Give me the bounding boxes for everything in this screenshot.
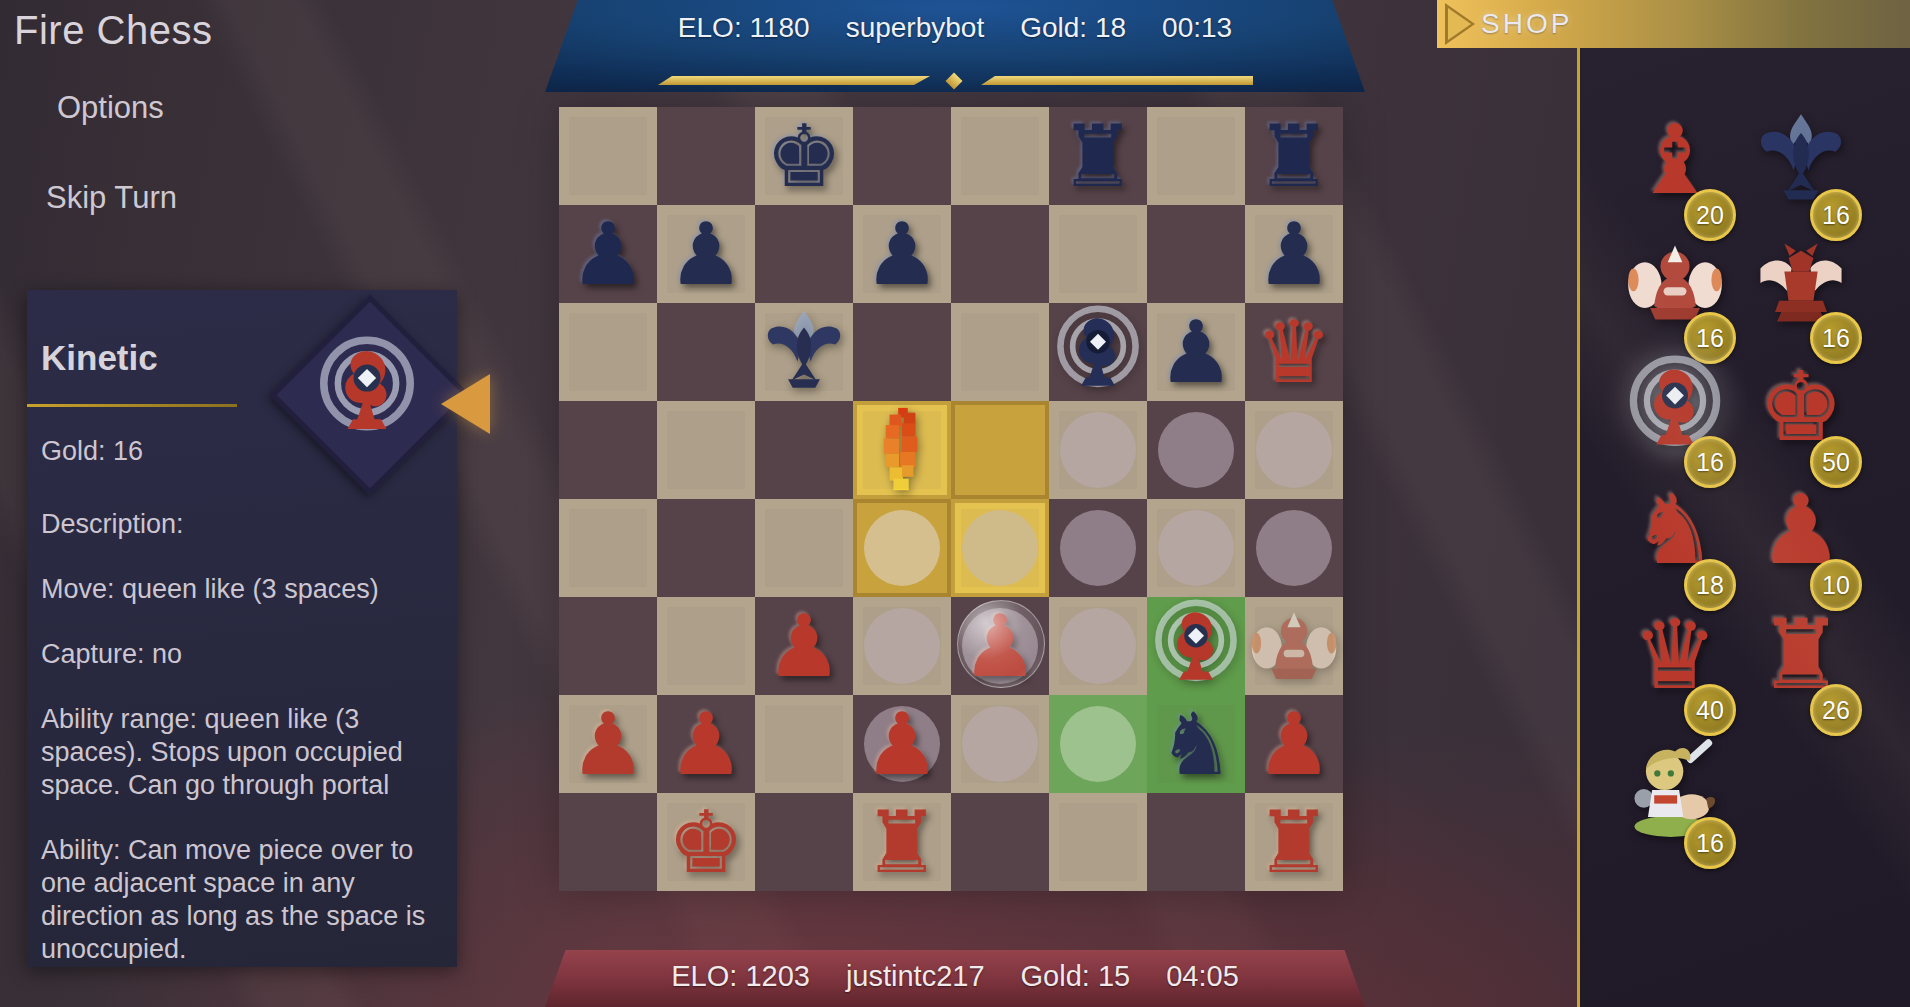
panel-collapse-arrow-icon[interactable]	[441, 374, 490, 434]
square-c4[interactable]	[755, 499, 853, 597]
square-b1[interactable]: ♚	[657, 793, 755, 891]
square-g2[interactable]: ♞	[1147, 695, 1245, 793]
piece-cost: Gold: 16	[41, 436, 143, 467]
square-c2[interactable]	[755, 695, 853, 793]
move-indicator-dot[interactable]	[962, 706, 1038, 782]
black-pawn[interactable]: ♟	[657, 205, 755, 303]
opponent-gold: Gold: 18	[1020, 12, 1126, 44]
red-king[interactable]: ♚	[657, 793, 755, 891]
price-coin: 16	[1684, 817, 1736, 869]
ability-rule: Ability: Can move piece over to one adja…	[41, 834, 445, 966]
red-angel-ghost[interactable]	[1245, 597, 1343, 695]
capture-rule: Capture: no	[41, 638, 445, 671]
shop-item-bishop[interactable]: ♝20	[1617, 102, 1733, 218]
square-a3[interactable]	[559, 597, 657, 695]
shop-item-demon[interactable]: 16	[1743, 225, 1859, 341]
shop-item-archer[interactable]: 16	[1617, 730, 1733, 846]
red-rook[interactable]: ♜	[853, 793, 951, 891]
square-c7[interactable]	[755, 205, 853, 303]
square-e4[interactable]	[951, 499, 1049, 597]
move-rule: Move: queen like (3 spaces)	[41, 573, 445, 606]
square-h3[interactable]	[1245, 597, 1343, 695]
square-d7[interactable]: ♟	[853, 205, 951, 303]
opponent-timer: 00:13	[1162, 12, 1232, 44]
square-h4[interactable]	[1245, 499, 1343, 597]
move-indicator-dot[interactable]	[864, 510, 940, 586]
red-pawn[interactable]: ♟	[657, 695, 755, 793]
square-f2[interactable]	[1049, 695, 1147, 793]
red-pawn[interactable]: ♟	[1245, 695, 1343, 793]
chess-board[interactable]: ♚♜♜♟♟♟♟ ♟♛ ♟♟ ♟♟♟♞♟♚♜♜	[559, 107, 1343, 891]
opponent-status-banner: ELO: 1180 superbybot Gold: 18 00:13	[545, 0, 1365, 92]
shop-label: SHOP	[1481, 8, 1572, 40]
square-g7[interactable]	[1147, 205, 1245, 303]
square-d2[interactable]: ♟	[853, 695, 951, 793]
square-b5[interactable]	[657, 401, 755, 499]
square-e2[interactable]	[951, 695, 1049, 793]
square-a8[interactable]	[559, 107, 657, 205]
shop-item-kinetic[interactable]: 16	[1617, 349, 1733, 465]
red-kinetic[interactable]	[1147, 597, 1245, 695]
move-indicator-dot[interactable]	[1256, 412, 1332, 488]
shop-item-angel[interactable]: 16	[1617, 225, 1733, 341]
shop-panel: ♝20 16 16 16 16♚50♞18♟10♛40♜26	[1577, 48, 1910, 1007]
move-indicator-dot[interactable]	[1060, 706, 1136, 782]
shop-item-pawn[interactable]: ♟10	[1743, 472, 1859, 588]
square-h7[interactable]: ♟	[1245, 205, 1343, 303]
shop-item-phoenix[interactable]: 16	[1743, 102, 1859, 218]
piece-info-panel: Kinetic Gold: 16 Description: Move: quee…	[27, 290, 457, 967]
black-rook[interactable]: ♜	[1049, 107, 1147, 205]
player-status-banner: ELO: 1203 justintc217 Gold: 15 04:05	[545, 950, 1365, 1007]
square-e6[interactable]	[951, 303, 1049, 401]
kinetic-piece-icon	[313, 336, 421, 444]
square-h1[interactable]: ♜	[1245, 793, 1343, 891]
square-f5[interactable]	[1049, 401, 1147, 499]
square-b2[interactable]: ♟	[657, 695, 755, 793]
square-c6[interactable]	[755, 303, 853, 401]
shop-item-knight[interactable]: ♞18	[1617, 472, 1733, 588]
black-pawn[interactable]: ♟	[853, 205, 951, 303]
move-indicator-dot[interactable]	[1256, 510, 1332, 586]
red-pawn[interactable]: ♟	[755, 597, 853, 695]
skip-turn-button[interactable]: Skip Turn	[46, 180, 177, 216]
square-e7[interactable]	[951, 205, 1049, 303]
square-d1[interactable]: ♜	[853, 793, 951, 891]
chevron-right-icon	[1445, 3, 1475, 45]
square-h5[interactable]	[1245, 401, 1343, 499]
square-f4[interactable]	[1049, 499, 1147, 597]
square-a4[interactable]	[559, 499, 657, 597]
square-b3[interactable]	[657, 597, 755, 695]
square-g1[interactable]	[1147, 793, 1245, 891]
square-d3[interactable]	[853, 597, 951, 695]
player-name: justintc217	[846, 960, 985, 993]
square-b8[interactable]	[657, 107, 755, 205]
black-king[interactable]: ♚	[755, 107, 853, 205]
price-coin: 26	[1810, 684, 1862, 736]
description-heading: Description:	[41, 508, 445, 541]
move-indicator-dot[interactable]	[1060, 510, 1136, 586]
move-indicator-dot[interactable]	[1060, 412, 1136, 488]
square-e8[interactable]	[951, 107, 1049, 205]
red-queen[interactable]: ♛	[1245, 303, 1343, 401]
black-phoenix[interactable]	[755, 303, 853, 401]
square-c1[interactable]	[755, 793, 853, 891]
piece-name: Kinetic	[41, 338, 158, 378]
black-pawn[interactable]: ♟	[1245, 205, 1343, 303]
black-knight[interactable]: ♞	[1147, 695, 1245, 793]
game-screen: Fire Chess Options Skip Turn ELO: 1180 s…	[0, 0, 1910, 1007]
player-elo: ELO: 1203	[671, 960, 810, 993]
price-coin: 40	[1684, 684, 1736, 736]
black-pawn[interactable]: ♟	[1147, 303, 1245, 401]
square-g4[interactable]	[1147, 499, 1245, 597]
black-kinetic[interactable]	[1049, 303, 1147, 401]
square-f6[interactable]	[1049, 303, 1147, 401]
square-c8[interactable]: ♚	[755, 107, 853, 205]
piece-description: Description: Move: queen like (3 spaces)…	[41, 508, 445, 998]
square-f7[interactable]	[1049, 205, 1147, 303]
square-f8[interactable]: ♜	[1049, 107, 1147, 205]
square-g5[interactable]	[1147, 401, 1245, 499]
shop-item-queen[interactable]: ♛40	[1617, 597, 1733, 713]
square-d8[interactable]	[853, 107, 951, 205]
square-f1[interactable]	[1049, 793, 1147, 891]
shop-item-rook[interactable]: ♜26	[1743, 597, 1859, 713]
square-e5[interactable]	[951, 401, 1049, 499]
bubble-overlay	[957, 600, 1045, 688]
square-d6[interactable]	[853, 303, 951, 401]
square-e3[interactable]: ♟	[951, 597, 1049, 695]
opponent-elo: ELO: 1180	[678, 12, 810, 44]
square-a7[interactable]: ♟	[559, 205, 657, 303]
move-indicator-dot[interactable]	[1158, 510, 1234, 586]
player-gold: Gold: 15	[1021, 960, 1131, 993]
square-c3[interactable]: ♟	[755, 597, 853, 695]
square-b4[interactable]	[657, 499, 755, 597]
options-button[interactable]: Options	[57, 90, 164, 126]
move-indicator-dot[interactable]	[962, 510, 1038, 586]
app-title: Fire Chess	[14, 8, 212, 53]
banner-trim-right	[981, 76, 1253, 85]
square-g6[interactable]: ♟	[1147, 303, 1245, 401]
square-g3[interactable]	[1147, 597, 1245, 695]
square-d5[interactable]	[853, 401, 951, 499]
player-timer: 04:05	[1166, 960, 1239, 993]
fire-terrain-icon	[853, 401, 951, 499]
shop-header-band: SHOP	[1437, 0, 1910, 48]
square-a1[interactable]	[559, 793, 657, 891]
shop-item-king[interactable]: ♚50	[1743, 349, 1859, 465]
square-h2[interactable]: ♟	[1245, 695, 1343, 793]
opponent-name: superbybot	[846, 12, 985, 44]
black-pawn[interactable]: ♟	[559, 205, 657, 303]
square-a6[interactable]	[559, 303, 657, 401]
square-b6[interactable]	[657, 303, 755, 401]
square-g8[interactable]	[1147, 107, 1245, 205]
gold-underline	[27, 404, 237, 407]
banner-trim-diamond	[946, 73, 963, 90]
red-rook[interactable]: ♜	[1245, 793, 1343, 891]
move-indicator-dot[interactable]	[864, 608, 940, 684]
ability-range-rule: Ability range: queen like (3 spaces). St…	[41, 703, 445, 802]
move-indicator-dot[interactable]	[1158, 412, 1234, 488]
square-d4[interactable]	[853, 499, 951, 597]
black-rook[interactable]: ♜	[1245, 107, 1343, 205]
red-pawn[interactable]: ♟	[853, 695, 951, 793]
square-h8[interactable]: ♜	[1245, 107, 1343, 205]
red-pawn[interactable]: ♟	[559, 695, 657, 793]
square-e1[interactable]	[951, 793, 1049, 891]
square-b7[interactable]: ♟	[657, 205, 755, 303]
move-indicator-dot[interactable]	[1060, 608, 1136, 684]
square-c5[interactable]	[755, 401, 853, 499]
banner-trim-left	[658, 76, 930, 85]
square-a5[interactable]	[559, 401, 657, 499]
square-h6[interactable]: ♛	[1245, 303, 1343, 401]
square-a2[interactable]: ♟	[559, 695, 657, 793]
square-f3[interactable]	[1049, 597, 1147, 695]
